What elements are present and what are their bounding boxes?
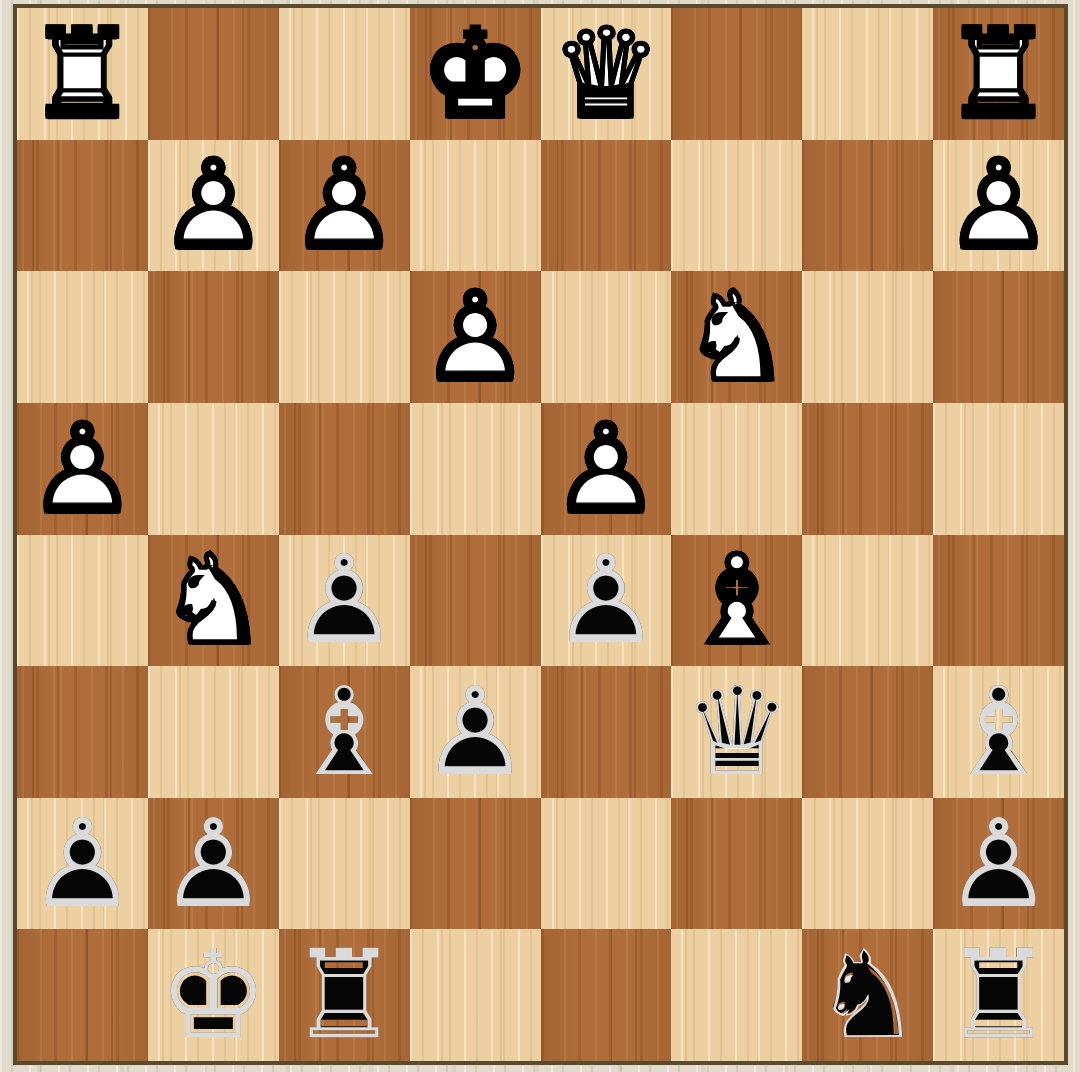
piece-fill-glyph: ♟ (148, 140, 279, 272)
square-c3[interactable]: ♞♘ (671, 271, 802, 403)
piece-outline-glyph: ♗ (933, 666, 1064, 798)
square-g4[interactable] (148, 403, 279, 535)
white-pawn-on-d4: ♟♙ (541, 403, 672, 535)
piece-fill-glyph: ♟ (410, 666, 541, 798)
piece-fill-glyph: ♝ (279, 666, 410, 798)
piece-fill-glyph: ♟ (541, 535, 672, 667)
piece-outline-glyph: ♘ (148, 535, 279, 667)
piece-fill-glyph: ♜ (933, 8, 1064, 140)
black-pawn-on-g7: ♟♙ (148, 798, 279, 930)
black-rook-on-a8: ♜♖ (933, 929, 1064, 1061)
piece-outline-glyph: ♙ (541, 535, 672, 667)
white-rook-on-h1: ♜♖ (17, 8, 148, 140)
square-f2[interactable]: ♟♙ (279, 140, 410, 272)
square-d5[interactable]: ♟♙ (541, 535, 672, 667)
piece-outline-glyph: ♙ (279, 140, 410, 272)
black-pawn-on-a7: ♟♙ (933, 798, 1064, 930)
piece-outline-glyph: ♙ (279, 535, 410, 667)
piece-fill-glyph: ♟ (541, 403, 672, 535)
white-queen-on-d1: ♛♕ (541, 8, 672, 140)
white-knight-on-c3: ♞♘ (671, 271, 802, 403)
square-d3[interactable] (541, 271, 672, 403)
square-c8[interactable] (671, 929, 802, 1061)
square-h1[interactable]: ♜♖ (17, 8, 148, 140)
white-bishop-on-c5: ♝♗ (671, 535, 802, 667)
square-b5[interactable] (802, 535, 933, 667)
square-c7[interactable] (671, 798, 802, 930)
square-d1[interactable]: ♛♕ (541, 8, 672, 140)
white-pawn-on-f2: ♟♙ (279, 140, 410, 272)
square-g7[interactable]: ♟♙ (148, 798, 279, 930)
piece-outline-glyph: ♙ (541, 403, 672, 535)
white-pawn-on-a2: ♟♙ (933, 140, 1064, 272)
piece-outline-glyph: ♕ (671, 666, 802, 798)
square-g2[interactable]: ♟♙ (148, 140, 279, 272)
white-pawn-on-g2: ♟♙ (148, 140, 279, 272)
black-queen-on-c6: ♛♕ (671, 666, 802, 798)
piece-outline-glyph: ♙ (933, 798, 1064, 930)
square-c2[interactable] (671, 140, 802, 272)
square-f4[interactable] (279, 403, 410, 535)
square-h2[interactable] (17, 140, 148, 272)
piece-fill-glyph: ♟ (17, 403, 148, 535)
piece-fill-glyph: ♟ (148, 798, 279, 930)
square-g8[interactable]: ♚♔ (148, 929, 279, 1061)
square-d8[interactable] (541, 929, 672, 1061)
square-e2[interactable] (410, 140, 541, 272)
black-pawn-on-e6: ♟♙ (410, 666, 541, 798)
black-knight-on-b8: ♞♘ (802, 929, 933, 1061)
piece-fill-glyph: ♛ (541, 8, 672, 140)
piece-fill-glyph: ♜ (17, 8, 148, 140)
piece-outline-glyph: ♘ (671, 271, 802, 403)
piece-fill-glyph: ♚ (410, 8, 541, 140)
square-f6[interactable]: ♝♗ (279, 666, 410, 798)
square-d6[interactable] (541, 666, 672, 798)
square-a7[interactable]: ♟♙ (933, 798, 1064, 930)
square-f8[interactable]: ♜♖ (279, 929, 410, 1061)
square-b6[interactable] (802, 666, 933, 798)
square-f3[interactable] (279, 271, 410, 403)
piece-outline-glyph: ♗ (671, 535, 802, 667)
square-e3[interactable]: ♟♙ (410, 271, 541, 403)
piece-fill-glyph: ♝ (671, 535, 802, 667)
square-c4[interactable] (671, 403, 802, 535)
piece-outline-glyph: ♙ (933, 140, 1064, 272)
square-a3[interactable] (933, 271, 1064, 403)
square-c1[interactable] (671, 8, 802, 140)
piece-outline-glyph: ♙ (148, 798, 279, 930)
square-b2[interactable] (802, 140, 933, 272)
piece-fill-glyph: ♜ (933, 929, 1064, 1061)
piece-fill-glyph: ♟ (933, 798, 1064, 930)
square-e4[interactable] (410, 403, 541, 535)
piece-outline-glyph: ♙ (17, 403, 148, 535)
piece-outline-glyph: ♙ (410, 666, 541, 798)
square-e8[interactable] (410, 929, 541, 1061)
piece-outline-glyph: ♖ (933, 929, 1064, 1061)
square-a1[interactable]: ♜♖ (933, 8, 1064, 140)
piece-fill-glyph: ♜ (279, 929, 410, 1061)
square-c6[interactable]: ♛♕ (671, 666, 802, 798)
piece-outline-glyph: ♖ (279, 929, 410, 1061)
white-knight-on-g5: ♞♘ (148, 535, 279, 667)
piece-outline-glyph: ♕ (541, 8, 672, 140)
piece-fill-glyph: ♛ (671, 666, 802, 798)
square-b3[interactable] (802, 271, 933, 403)
piece-outline-glyph: ♙ (17, 798, 148, 930)
black-bishop-on-a6: ♝♗ (933, 666, 1064, 798)
black-king-on-g8: ♚♔ (148, 929, 279, 1061)
white-king-on-e1: ♚♔ (410, 8, 541, 140)
piece-outline-glyph: ♖ (17, 8, 148, 140)
piece-outline-glyph: ♙ (410, 271, 541, 403)
square-g6[interactable] (148, 666, 279, 798)
piece-fill-glyph: ♟ (933, 140, 1064, 272)
square-a8[interactable]: ♜♖ (933, 929, 1064, 1061)
piece-outline-glyph: ♖ (933, 8, 1064, 140)
square-g5[interactable]: ♞♘ (148, 535, 279, 667)
square-e6[interactable]: ♟♙ (410, 666, 541, 798)
black-pawn-on-h7: ♟♙ (17, 798, 148, 930)
square-f7[interactable] (279, 798, 410, 930)
piece-fill-glyph: ♟ (279, 140, 410, 272)
black-bishop-on-f6: ♝♗ (279, 666, 410, 798)
square-f5[interactable]: ♟♙ (279, 535, 410, 667)
square-a4[interactable] (933, 403, 1064, 535)
square-d2[interactable] (541, 140, 672, 272)
piece-fill-glyph: ♟ (17, 798, 148, 930)
square-f1[interactable] (279, 8, 410, 140)
piece-fill-glyph: ♟ (410, 271, 541, 403)
piece-outline-glyph: ♗ (279, 666, 410, 798)
square-h8[interactable] (17, 929, 148, 1061)
square-b4[interactable] (802, 403, 933, 535)
square-a6[interactable]: ♝♗ (933, 666, 1064, 798)
piece-fill-glyph: ♝ (933, 666, 1064, 798)
piece-fill-glyph: ♞ (148, 535, 279, 667)
white-pawn-on-h4: ♟♙ (17, 403, 148, 535)
square-b7[interactable] (802, 798, 933, 930)
black-pawn-on-d5: ♟♙ (541, 535, 672, 667)
white-pawn-on-e3: ♟♙ (410, 271, 541, 403)
square-b1[interactable] (802, 8, 933, 140)
square-h3[interactable] (17, 271, 148, 403)
piece-outline-glyph: ♙ (148, 140, 279, 272)
piece-fill-glyph: ♞ (671, 271, 802, 403)
square-g1[interactable] (148, 8, 279, 140)
square-b8[interactable]: ♞♘ (802, 929, 933, 1061)
piece-fill-glyph: ♚ (148, 929, 279, 1061)
square-d4[interactable]: ♟♙ (541, 403, 672, 535)
square-d7[interactable] (541, 798, 672, 930)
piece-outline-glyph: ♔ (410, 8, 541, 140)
square-h7[interactable]: ♟♙ (17, 798, 148, 930)
piece-fill-glyph: ♟ (279, 535, 410, 667)
page-background: { "game": "chess", "position": "rn3rk1/p… (0, 0, 1080, 1072)
square-h4[interactable]: ♟♙ (17, 403, 148, 535)
square-e5[interactable] (410, 535, 541, 667)
square-h6[interactable] (17, 666, 148, 798)
white-rook-on-a1: ♜♖ (933, 8, 1064, 140)
square-g3[interactable] (148, 271, 279, 403)
square-c5[interactable]: ♝♗ (671, 535, 802, 667)
black-rook-on-f8: ♜♖ (279, 929, 410, 1061)
square-a2[interactable]: ♟♙ (933, 140, 1064, 272)
piece-outline-glyph: ♘ (802, 929, 933, 1061)
black-pawn-on-f5: ♟♙ (279, 535, 410, 667)
chess-board: ♜♖♚♔♛♕♜♖♟♙♟♙♟♙♟♙♞♘♟♙♟♙♞♘♟♙♟♙♝♗♝♗♟♙♛♕♝♗♟♙… (13, 4, 1068, 1065)
piece-outline-glyph: ♔ (148, 929, 279, 1061)
square-e1[interactable]: ♚♔ (410, 8, 541, 140)
square-a5[interactable] (933, 535, 1064, 667)
piece-fill-glyph: ♞ (802, 929, 933, 1061)
square-h5[interactable] (17, 535, 148, 667)
square-e7[interactable] (410, 798, 541, 930)
